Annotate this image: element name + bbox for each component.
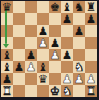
square-f1[interactable]: ♞ xyxy=(61,85,73,97)
square-f7[interactable]: ♟ xyxy=(61,13,73,25)
square-e7[interactable] xyxy=(49,13,61,25)
square-a1[interactable]: ♜ xyxy=(1,85,13,97)
piece-black-pawn-h7[interactable]: ♟ xyxy=(86,13,96,25)
square-f6[interactable] xyxy=(61,25,73,37)
square-e3[interactable] xyxy=(49,61,61,73)
square-b6[interactable] xyxy=(13,25,25,37)
square-c3[interactable]: ♟ xyxy=(25,61,37,73)
square-b8[interactable] xyxy=(13,1,25,13)
square-b1[interactable] xyxy=(13,85,25,97)
chess-board: ♛♚♝♞♜♟♟♟♟♟♟♝♟♟♟♝♟♟♝♞♟♛♟♟♟♜♚♞♜ xyxy=(1,1,97,97)
square-c6[interactable] xyxy=(25,25,37,37)
square-h7[interactable]: ♟ xyxy=(85,13,97,25)
square-e8[interactable]: ♚ xyxy=(49,1,61,13)
piece-white-rook-a1[interactable]: ♜ xyxy=(2,85,12,97)
square-b2[interactable] xyxy=(13,73,25,85)
piece-black-king-e8[interactable]: ♚ xyxy=(50,1,60,13)
square-e4[interactable]: ♟ xyxy=(49,49,61,61)
piece-black-pawn-b3[interactable]: ♟ xyxy=(14,61,24,73)
square-d2[interactable]: ♛ xyxy=(37,73,49,85)
piece-black-pawn-f4[interactable]: ♟ xyxy=(62,49,72,61)
square-c7[interactable] xyxy=(25,13,37,25)
piece-black-queen-a8[interactable]: ♛ xyxy=(2,1,12,13)
piece-black-pawn-g6[interactable]: ♟ xyxy=(74,25,84,37)
piece-white-knight-f1[interactable]: ♞ xyxy=(62,85,72,97)
square-h4[interactable] xyxy=(85,49,97,61)
square-g5[interactable] xyxy=(73,37,85,49)
piece-black-knight-g8[interactable]: ♞ xyxy=(74,1,84,13)
piece-black-queen-d2[interactable]: ♛ xyxy=(38,73,48,85)
square-c1[interactable] xyxy=(25,85,37,97)
square-d5[interactable]: ♟ xyxy=(37,37,49,49)
square-d1[interactable] xyxy=(37,85,49,97)
chess-board-frame: ♛♚♝♞♜♟♟♟♟♟♟♝♟♟♟♝♟♟♝♞♟♛♟♟♟♜♚♞♜ xyxy=(0,0,99,100)
piece-white-king-e1[interactable]: ♚ xyxy=(50,85,60,97)
piece-white-rook-h1[interactable]: ♜ xyxy=(86,85,96,97)
square-f4[interactable]: ♟ xyxy=(61,49,73,61)
square-c2[interactable] xyxy=(25,73,37,85)
square-h5[interactable] xyxy=(85,37,97,49)
square-b7[interactable] xyxy=(13,13,25,25)
piece-white-pawn-e4[interactable]: ♟ xyxy=(50,49,60,61)
square-b3[interactable]: ♟ xyxy=(13,61,25,73)
square-a8[interactable]: ♛ xyxy=(1,1,13,13)
square-g8[interactable]: ♞ xyxy=(73,1,85,13)
piece-black-pawn-f7[interactable]: ♟ xyxy=(62,13,72,25)
square-h1[interactable]: ♜ xyxy=(85,85,97,97)
square-g6[interactable]: ♟ xyxy=(73,25,85,37)
square-b5[interactable] xyxy=(13,37,25,49)
square-g2[interactable]: ♟ xyxy=(73,73,85,85)
square-c8[interactable] xyxy=(25,1,37,13)
square-e1[interactable]: ♚ xyxy=(49,85,61,97)
piece-white-pawn-c3[interactable]: ♟ xyxy=(26,61,36,73)
piece-white-pawn-d5[interactable]: ♟ xyxy=(38,37,48,49)
square-h6[interactable] xyxy=(85,25,97,37)
square-g1[interactable] xyxy=(73,85,85,97)
square-d8[interactable] xyxy=(37,1,49,13)
piece-white-pawn-g2[interactable]: ♟ xyxy=(74,73,84,85)
